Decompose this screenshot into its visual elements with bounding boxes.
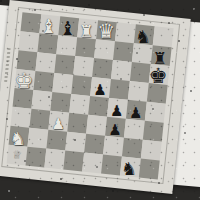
square-g6[interactable] [103, 136, 124, 157]
film-specks [0, 0, 2, 2]
square-e4[interactable] [69, 94, 90, 115]
square-f2[interactable] [29, 109, 50, 130]
square-h6[interactable] [101, 155, 122, 176]
piece-black-N-h7[interactable]: ♞ [120, 157, 141, 178]
square-g4[interactable] [65, 132, 86, 153]
square-f7[interactable] [124, 119, 145, 140]
square-e2[interactable] [31, 90, 52, 111]
square-b6[interactable] [113, 41, 134, 62]
square-e8[interactable] [145, 102, 166, 123]
piece-black-N-a7[interactable]: ♞ [134, 24, 155, 45]
piece-black-P-e6[interactable]: ♟ [107, 98, 128, 119]
square-d6[interactable] [109, 79, 130, 100]
square-c4[interactable] [73, 56, 94, 77]
square-h8[interactable] [139, 159, 160, 180]
square-g7[interactable] [122, 138, 143, 159]
photo-background: ♕♝♝♜♛♞♜♚♚♟♟♟♟♟♞♞ [0, 0, 200, 200]
square-g2[interactable] [27, 128, 48, 149]
square-e3[interactable] [50, 92, 71, 113]
square-d3[interactable] [52, 73, 73, 94]
square-d2[interactable] [33, 71, 54, 92]
square-h3[interactable] [44, 149, 65, 170]
square-f1[interactable] [11, 107, 32, 128]
piece-black-K-c8[interactable]: ♚ [149, 64, 170, 85]
square-f5[interactable] [86, 115, 107, 136]
chess-board: ♕♝♝♜♛♞♜♚♚♟♟♟♟♟♞♞ [7, 12, 174, 179]
square-b1[interactable] [18, 31, 39, 52]
square-h4[interactable] [63, 151, 84, 172]
square-f4[interactable] [67, 113, 88, 134]
square-c2[interactable] [35, 52, 56, 73]
piece-black-B-a3[interactable]: ♝ [58, 16, 79, 37]
piece-white-P-f3[interactable]: ♟ [48, 111, 69, 132]
square-a8[interactable] [153, 26, 174, 47]
piece-white-Q-a5[interactable]: ♛ [96, 20, 117, 41]
piece-white-N-g1[interactable]: ♞ [9, 126, 30, 147]
chess-mat: ♕♝♝♜♛♞♜♚♚♟♟♟♟♟♞♞ [0, 0, 191, 194]
square-g8[interactable] [141, 140, 162, 161]
square-a6[interactable] [115, 22, 136, 43]
square-f8[interactable] [143, 121, 164, 142]
square-h5[interactable] [82, 153, 103, 174]
square-g5[interactable] [84, 134, 105, 155]
piece-black-P-d5[interactable]: ♟ [90, 77, 111, 98]
piece-white-R-a4[interactable]: ♜ [77, 18, 98, 39]
square-c6[interactable] [111, 60, 132, 81]
square-d4[interactable] [71, 75, 92, 96]
square-c5[interactable] [92, 58, 113, 79]
piece-black-R-b8[interactable]: ♜ [151, 45, 172, 66]
piece-white-B-a2[interactable]: ♝ [39, 14, 60, 35]
square-c1[interactable] [17, 50, 38, 71]
piece-black-P-f6[interactable]: ♟ [105, 117, 126, 138]
piece-white-K-d1[interactable]: ♚ [15, 69, 36, 90]
square-h2[interactable] [25, 147, 46, 168]
square-c3[interactable] [54, 54, 75, 75]
square-a1[interactable] [20, 12, 41, 33]
square-c7[interactable] [130, 62, 151, 83]
piece-black-P-e7[interactable]: ♟ [126, 100, 147, 121]
square-g3[interactable] [46, 130, 67, 151]
square-e5[interactable] [88, 96, 109, 117]
square-d7[interactable] [128, 81, 149, 102]
